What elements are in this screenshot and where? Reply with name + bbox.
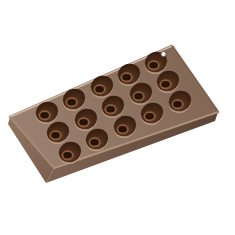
cavity-bottom-ring	[39, 111, 49, 119]
cavity-bottom-ring	[105, 105, 115, 113]
cavity-bottom-ring	[50, 131, 60, 139]
cavity-bottom-ring	[89, 138, 99, 146]
chocolate-mold-illustration	[0, 0, 235, 235]
cavity-bottom-ring	[121, 73, 131, 81]
cavity-bottom-ring	[172, 100, 182, 108]
cavity-bottom-ring	[62, 151, 72, 159]
cavity-bottom-ring	[148, 61, 158, 69]
cavity-bottom-ring	[117, 125, 127, 133]
cavity-bottom-ring	[94, 85, 104, 93]
cavity-bottom-ring	[133, 92, 143, 100]
cavity-bottom-ring	[66, 98, 76, 106]
cavity-bottom-ring	[144, 112, 154, 120]
product-photo	[0, 0, 235, 235]
hanging-hole	[161, 51, 166, 56]
cavity-bottom-ring	[78, 118, 88, 126]
cavity-bottom-ring	[160, 80, 170, 88]
